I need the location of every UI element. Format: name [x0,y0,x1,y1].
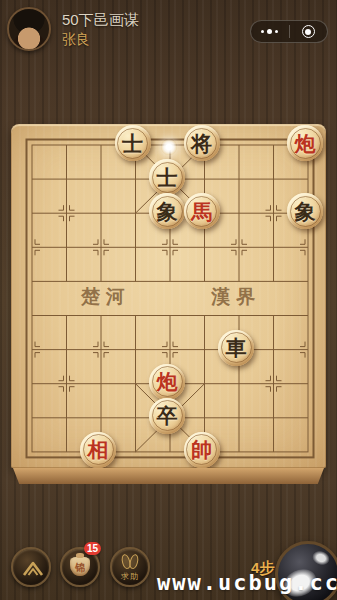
piece-black-f8r2[interactable]: 象 [287,193,323,229]
chevron-up-icon [20,556,46,582]
more-icon [267,29,272,34]
help-button[interactable]: 求助 [110,547,150,587]
level-title: 50下邑画谋 [62,11,139,30]
piece-red-f2r9[interactable]: 相 [80,432,116,468]
hint-bag-icon: 锦 [70,557,90,576]
river-label-han: 漢界 [188,283,278,309]
move-highlight-sparkle [161,139,177,155]
player-avatar [7,7,51,51]
piece-black-f5r0[interactable]: 将 [184,125,220,161]
more-icon [275,30,278,33]
hint-bag-label: 锦 [70,561,90,575]
hint-count-badge: 15 [84,542,101,555]
exit-icon [302,25,315,38]
praying-hands-icon [128,553,139,569]
xiangqi-board[interactable]: 楚河 漢界 士将炮士象馬象車炮卒相帥 [11,124,326,468]
expand-button[interactable] [11,547,51,587]
player-name: 张良 [62,31,90,49]
piece-red-f4r7[interactable]: 炮 [149,364,185,400]
more-button[interactable] [251,29,289,34]
piece-black-f4r8[interactable]: 卒 [149,398,185,434]
piece-black-f3r0[interactable]: 士 [115,125,151,161]
more-icon [261,30,264,33]
app-screen: 50下邑画谋 张良 楚河 漢界 士将炮士象馬象車炮卒相帥 锦 15 求助 [0,0,337,600]
piece-red-f5r2[interactable]: 馬 [184,193,220,229]
watermark: www.ucbug.cc [157,570,337,595]
board-front-edge [13,468,324,484]
river-label-chu: 楚河 [58,283,148,309]
miniprogram-capsule [250,20,328,43]
piece-red-f8r0[interactable]: 炮 [287,125,323,161]
piece-black-f4r2[interactable]: 象 [149,193,185,229]
piece-red-f5r9[interactable]: 帥 [184,432,220,468]
exit-button[interactable] [290,25,328,38]
piece-black-f4r1[interactable]: 士 [149,159,185,195]
piece-black-f6r6[interactable]: 車 [218,330,254,366]
help-label: 求助 [112,571,148,582]
